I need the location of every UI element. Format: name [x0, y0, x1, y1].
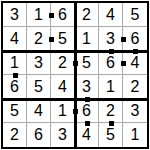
black-dot-10 — [73, 109, 78, 114]
cell-r3-c2: 3 — [27, 51, 51, 75]
black-dot-2 — [49, 37, 54, 42]
cell-r1-c1: 3 — [3, 3, 27, 27]
cell-r3-c1: 1 — [3, 51, 27, 75]
black-dot-3 — [121, 37, 126, 42]
cell-r5-c6: 3 — [123, 99, 147, 123]
cell-r6-c6: 1 — [123, 123, 147, 147]
cell-r3-c3: 2 — [51, 51, 75, 75]
cell-r5-c1: 5 — [3, 99, 27, 123]
black-dot-5 — [133, 49, 138, 54]
cell-r2-c4: 1 — [75, 27, 99, 51]
cell-r1-c3: 6 — [51, 3, 75, 27]
cell-r3-c4: 5 — [75, 51, 99, 75]
box-border-horizontal-2 — [3, 98, 147, 101]
cell-r4-c4: 3 — [75, 75, 99, 99]
cell-r5-c3: 1 — [51, 99, 75, 123]
cell-r1-c4: 2 — [75, 3, 99, 27]
black-dot-6 — [73, 61, 78, 66]
cell-r4-c3: 4 — [51, 75, 75, 99]
cell-r6-c2: 6 — [27, 123, 51, 147]
cell-r4-c1: 6 — [3, 75, 27, 99]
cell-r2-c1: 4 — [3, 27, 27, 51]
black-dot-11 — [85, 121, 90, 126]
cell-r2-c3: 5 — [51, 27, 75, 51]
cell-r3-c5: 6 — [99, 51, 123, 75]
cell-r5-c5: 2 — [99, 99, 123, 123]
black-dot-9 — [85, 97, 90, 102]
sudoku-board: 316245425136132564654312541623263451 — [1, 1, 149, 149]
cell-r1-c6: 5 — [123, 3, 147, 27]
cell-r4-c5: 1 — [99, 75, 123, 99]
cell-r2-c2: 2 — [27, 27, 51, 51]
cell-r1-c2: 1 — [27, 3, 51, 27]
cell-r6-c4: 4 — [75, 123, 99, 147]
cell-r1-c5: 4 — [99, 3, 123, 27]
cell-r6-c3: 3 — [51, 123, 75, 147]
black-dot-1 — [49, 13, 54, 18]
black-dot-7 — [121, 61, 126, 66]
cell-r6-c1: 2 — [3, 123, 27, 147]
black-dot-4 — [109, 49, 114, 54]
cell-r4-c2: 5 — [27, 75, 51, 99]
cell-r4-c6: 2 — [123, 75, 147, 99]
cell-r6-c5: 5 — [99, 123, 123, 147]
box-border-vertical — [74, 3, 77, 147]
cell-r5-c2: 4 — [27, 99, 51, 123]
black-dot-12 — [109, 121, 114, 126]
cell-r3-c6: 4 — [123, 51, 147, 75]
box-border-horizontal-1 — [3, 50, 147, 53]
black-dot-8 — [13, 73, 18, 78]
cell-r2-c5: 3 — [99, 27, 123, 51]
cell-r5-c4: 6 — [75, 99, 99, 123]
cell-r2-c6: 6 — [123, 27, 147, 51]
